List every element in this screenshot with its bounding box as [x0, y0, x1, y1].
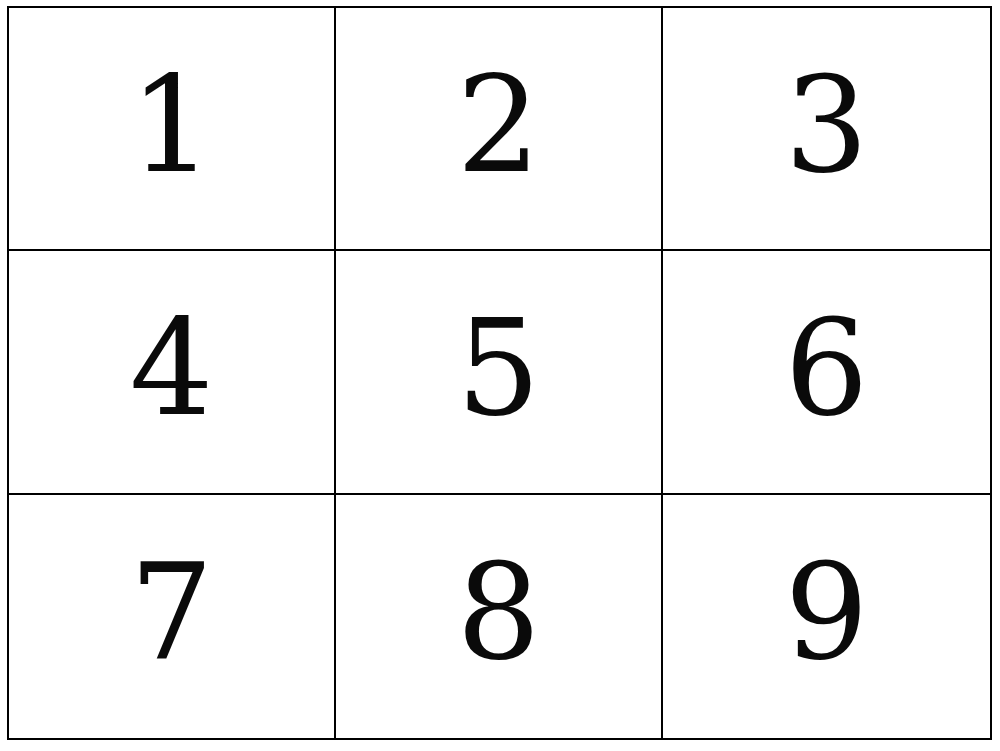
grid-cell-r2c1: 4 [9, 251, 336, 494]
cell-digit: 2 [457, 59, 541, 191]
grid-cell-r3c1: 7 [9, 495, 336, 738]
grid-cell-r1c1: 1 [9, 8, 336, 251]
figure-canvas: 1 2 3 4 5 6 7 8 9 [0, 0, 1000, 751]
grid-cell-r2c3: 6 [663, 251, 990, 494]
cell-digit: 9 [785, 546, 869, 678]
cell-digit: 8 [457, 546, 541, 678]
cell-digit: 3 [785, 59, 869, 191]
cell-digit: 6 [785, 302, 869, 434]
cell-digit: 7 [130, 546, 214, 678]
grid-cell-r1c3: 3 [663, 8, 990, 251]
cell-digit: 5 [457, 302, 541, 434]
cell-digit: 1 [130, 59, 214, 191]
grid-board: 1 2 3 4 5 6 7 8 9 [7, 6, 992, 740]
grid-cell-r3c2: 8 [336, 495, 663, 738]
grid-cell-r2c2: 5 [336, 251, 663, 494]
cell-digit: 4 [130, 302, 214, 434]
grid-cell-r1c2: 2 [336, 8, 663, 251]
grid-cell-r3c3: 9 [663, 495, 990, 738]
